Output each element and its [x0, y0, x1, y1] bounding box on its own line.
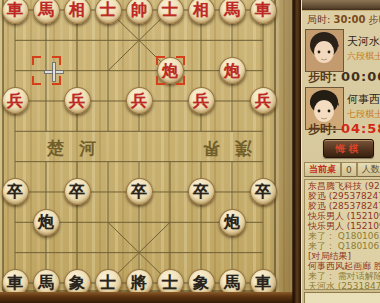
piece-馬-red[interactable]: 馬 — [219, 0, 246, 24]
game-time-value: 30:00 — [334, 14, 366, 25]
game-time-label: 局时: — [307, 14, 330, 25]
piece-兵-red[interactable]: 兵 — [2, 87, 29, 114]
piece-兵-red[interactable]: 兵 — [64, 87, 91, 114]
piece-相-red[interactable]: 相 — [64, 0, 91, 24]
player-name-bottom: 何事西风起画廊 — [347, 92, 380, 107]
chat-line: 天河水 (25318472… — [308, 281, 380, 290]
piece-士-red[interactable]: 士 — [95, 0, 122, 24]
crosshair-cursor — [44, 62, 64, 82]
move-time-bottom-value: 04:58 — [341, 121, 380, 136]
sidebar-titlebar — [302, 0, 380, 11]
chat-line: 来了： 需对话解除… — [308, 271, 380, 281]
tab-people[interactable]: 人数 — [357, 162, 380, 177]
chat-input[interactable] — [304, 292, 380, 303]
game-sidebar: 局时: 30:00 步时: 天河水 六段棋士 步时: 00:00 — [301, 0, 380, 303]
chat-line: 胶迅 (2953782474) — [308, 191, 380, 201]
chat-line: [对局结果] — [308, 251, 380, 261]
avatar-player-top — [305, 29, 344, 72]
piece-卒-black[interactable]: 卒 — [188, 178, 215, 205]
xiangqi-board[interactable]: 楚河 漢界 車馬相士帥士相馬車炮炮兵兵兵兵兵卒卒卒卒卒炮炮車馬象士將士象馬車 — [0, 0, 295, 303]
piece-炮-black[interactable]: 炮 — [219, 209, 246, 236]
piece-士-red[interactable]: 士 — [157, 0, 184, 24]
chat-line: 快乐男人 (15210926… — [308, 211, 380, 221]
piece-馬-red[interactable]: 馬 — [33, 0, 60, 24]
piece-卒-black[interactable]: 卒 — [2, 178, 29, 205]
tab-count[interactable]: 0 — [341, 162, 357, 177]
river-label-left: 楚河 — [47, 137, 111, 160]
game-time-row: 局时: 30:00 步时: — [307, 13, 380, 26]
piece-炮-black[interactable]: 炮 — [33, 209, 60, 236]
piece-相-red[interactable]: 相 — [188, 0, 215, 24]
move-time-top: 步时: 00:00 — [308, 69, 380, 86]
piece-帥-red[interactable]: 帥 — [126, 0, 153, 24]
move-time-bottom-label: 步时: — [308, 122, 337, 136]
player-name-top: 天河水 — [347, 34, 380, 49]
chat-line: 胶迅 (2853782474) — [308, 201, 380, 211]
move-time-bottom: 步时: 04:58 — [308, 121, 380, 138]
panel-divider — [292, 0, 301, 303]
tab-current-table[interactable]: 当前桌 — [304, 162, 341, 177]
chat-line: 快乐男人 (15210978… — [308, 221, 380, 231]
piece-卒-black[interactable]: 卒 — [64, 178, 91, 205]
move-time-top-label: 步时: — [308, 70, 337, 84]
chat-list[interactable]: 东昌腾飞科技 (9296…胶迅 (2953782474)胶迅 (28537824… — [304, 179, 380, 290]
piece-炮-red[interactable]: 炮 — [219, 57, 246, 84]
undo-move-button[interactable]: 悔棋 — [323, 139, 374, 158]
player-rank-top: 六段棋士 — [347, 50, 380, 63]
room-tab-row: 当前桌 0 人数 — [304, 162, 380, 177]
piece-車-red[interactable]: 車 — [2, 0, 29, 24]
move-time-label: 步时: — [369, 14, 380, 25]
chat-line: 来了： Q18010634… — [308, 231, 380, 241]
chat-line: 东昌腾飞科技 (9296… — [308, 181, 380, 191]
river-label-right: 漢界 — [188, 137, 252, 160]
board-wood-frame — [0, 292, 295, 303]
piece-卒-black[interactable]: 卒 — [126, 178, 153, 205]
chat-line: 来了： Q18010634… — [308, 241, 380, 251]
player-rank-bottom: 七段棋士 — [347, 108, 380, 121]
board-edge-shadow — [268, 0, 295, 303]
move-time-top-value: 00:00 — [341, 69, 380, 84]
piece-兵-red[interactable]: 兵 — [188, 87, 215, 114]
piece-兵-red[interactable]: 兵 — [126, 87, 153, 114]
xiangqi-app: 楚河 漢界 車馬相士帥士相馬車炮炮兵兵兵兵兵卒卒卒卒卒炮炮車馬象士將士象馬車 局… — [0, 0, 380, 303]
piece-炮-red[interactable]: 炮 — [157, 57, 184, 84]
chat-line: 何事西风起画廊 胜 — [308, 261, 380, 271]
